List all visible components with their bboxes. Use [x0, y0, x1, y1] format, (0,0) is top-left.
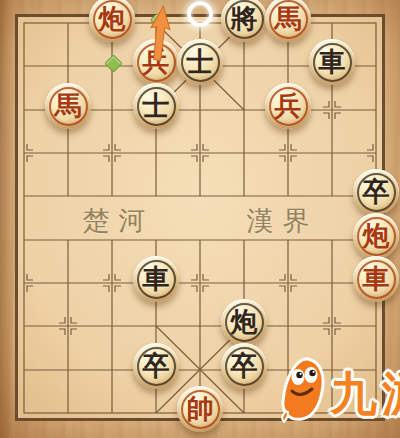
- piece-glyph: 車: [319, 39, 346, 85]
- piece-glyph: 卒: [143, 343, 170, 389]
- piece-glyph: 炮: [231, 299, 258, 345]
- target-sparkle-icon: [187, 1, 213, 27]
- piece-red-general[interactable]: 帥: [177, 386, 223, 432]
- piece-black-soldier[interactable]: 卒: [353, 169, 399, 215]
- piece-glyph: 車: [143, 256, 170, 302]
- piece-black-advisor[interactable]: 士: [177, 39, 223, 85]
- piece-black-chariot[interactable]: 車: [133, 256, 179, 302]
- piece-glyph: 士: [187, 39, 214, 85]
- piece-red-soldier[interactable]: 兵: [265, 83, 311, 129]
- xiangqi-app-screen: 楚河 漢界 炮將馬兵士車馬士兵卒炮車車炮卒卒帥 九游: [0, 0, 400, 438]
- piece-black-soldier[interactable]: 卒: [133, 343, 179, 389]
- piece-red-cannon[interactable]: 炮: [353, 213, 399, 259]
- piece-glyph: 炮: [99, 0, 126, 42]
- piece-glyph: 馬: [275, 0, 302, 42]
- piece-glyph: 炮: [363, 213, 390, 259]
- piece-red-chariot[interactable]: 車: [353, 256, 399, 302]
- piece-red-horse[interactable]: 馬: [45, 83, 91, 129]
- piece-glyph: 兵: [275, 83, 302, 129]
- river-label-chu: 楚河: [59, 205, 169, 237]
- piece-glyph: 帥: [187, 386, 214, 432]
- piece-glyph: 卒: [231, 343, 258, 389]
- piece-red-soldier[interactable]: 兵: [133, 39, 179, 85]
- piece-black-soldier[interactable]: 卒: [221, 343, 267, 389]
- piece-glyph: 馬: [55, 83, 82, 129]
- river-label-han: 漢界: [223, 205, 333, 237]
- watermark-text: 九游: [330, 363, 400, 426]
- piece-black-cannon[interactable]: 炮: [221, 299, 267, 345]
- piece-glyph: 卒: [363, 169, 390, 215]
- piece-glyph: 將: [231, 0, 258, 42]
- piece-glyph: 車: [363, 256, 390, 302]
- piece-black-chariot[interactable]: 車: [309, 39, 355, 85]
- piece-glyph: 士: [143, 83, 170, 129]
- mascot-icon: [278, 355, 330, 423]
- piece-black-advisor[interactable]: 士: [133, 83, 179, 129]
- watermark: 九游: [278, 355, 400, 435]
- piece-glyph: 兵: [143, 39, 170, 85]
